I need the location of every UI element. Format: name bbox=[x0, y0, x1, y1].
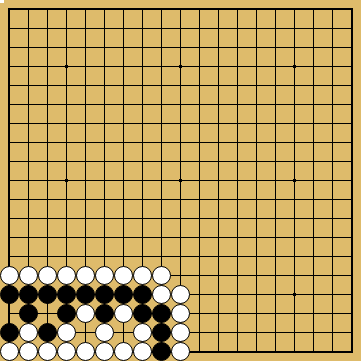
star-point bbox=[293, 179, 296, 182]
black-stone[interactable]: ● bbox=[0, 323, 19, 342]
white-stone[interactable]: ○ bbox=[133, 342, 152, 361]
black-stone[interactable]: ● bbox=[152, 342, 171, 361]
white-stone[interactable]: ○ bbox=[19, 266, 38, 285]
white-stone[interactable]: ○ bbox=[95, 342, 114, 361]
black-stone[interactable]: ● bbox=[152, 304, 171, 323]
black-stone[interactable]: ● bbox=[152, 323, 171, 342]
white-stone[interactable]: ○ bbox=[38, 342, 57, 361]
black-stone[interactable]: ● bbox=[133, 285, 152, 304]
white-stone[interactable]: ○ bbox=[171, 285, 190, 304]
white-stone[interactable]: ○ bbox=[95, 323, 114, 342]
white-stone[interactable]: ○ bbox=[152, 266, 171, 285]
white-stone[interactable]: ○ bbox=[171, 323, 190, 342]
white-stone[interactable]: ○ bbox=[114, 342, 133, 361]
white-stone[interactable]: ○ bbox=[171, 342, 190, 361]
white-stone[interactable]: ○ bbox=[133, 266, 152, 285]
star-point bbox=[293, 293, 296, 296]
black-stone[interactable]: ● bbox=[38, 323, 57, 342]
star-point bbox=[179, 65, 182, 68]
white-stone[interactable]: ○ bbox=[57, 342, 76, 361]
white-stone[interactable]: ○ bbox=[76, 342, 95, 361]
black-stone[interactable]: ● bbox=[114, 285, 133, 304]
black-stone[interactable]: ● bbox=[19, 304, 38, 323]
black-stone[interactable]: ● bbox=[133, 304, 152, 323]
white-stone[interactable]: ○ bbox=[133, 323, 152, 342]
white-stone[interactable]: ○ bbox=[95, 266, 114, 285]
black-stone[interactable]: ● bbox=[95, 285, 114, 304]
white-stone[interactable]: ○ bbox=[57, 323, 76, 342]
star-point bbox=[65, 179, 68, 182]
screen-corner-artifact bbox=[0, 0, 4, 3]
black-stone[interactable]: ● bbox=[38, 285, 57, 304]
star-point bbox=[293, 65, 296, 68]
white-stone[interactable]: ○ bbox=[76, 266, 95, 285]
go-board[interactable]: ○○○○○○○○○●●●●●●●●○○●●○●○●●○●○●○○○●○○○○○○… bbox=[0, 0, 361, 361]
white-stone[interactable]: ○ bbox=[114, 266, 133, 285]
white-stone[interactable]: ○ bbox=[171, 304, 190, 323]
black-stone[interactable]: ● bbox=[19, 285, 38, 304]
star-point bbox=[179, 179, 182, 182]
white-stone[interactable]: ○ bbox=[19, 323, 38, 342]
black-stone[interactable]: ● bbox=[57, 285, 76, 304]
white-stone[interactable]: ○ bbox=[76, 304, 95, 323]
white-stone[interactable]: ○ bbox=[114, 304, 133, 323]
black-stone[interactable]: ● bbox=[76, 285, 95, 304]
black-stone[interactable]: ● bbox=[95, 304, 114, 323]
white-stone[interactable]: ○ bbox=[57, 266, 76, 285]
white-stone[interactable]: ○ bbox=[38, 266, 57, 285]
white-stone[interactable]: ○ bbox=[19, 342, 38, 361]
white-stone[interactable]: ○ bbox=[0, 266, 19, 285]
black-stone[interactable]: ● bbox=[0, 285, 19, 304]
white-stone[interactable]: ○ bbox=[152, 285, 171, 304]
star-point bbox=[65, 65, 68, 68]
black-stone[interactable]: ● bbox=[57, 304, 76, 323]
white-stone[interactable]: ○ bbox=[0, 342, 19, 361]
